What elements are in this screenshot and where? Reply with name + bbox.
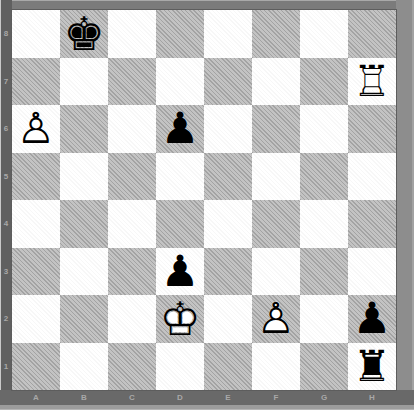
piece-white-pawn[interactable]: ♙ — [257, 297, 296, 340]
square-a5[interactable] — [12, 153, 60, 201]
square-f7[interactable] — [252, 58, 300, 106]
square-b6[interactable] — [60, 105, 108, 153]
square-g4[interactable] — [300, 200, 348, 248]
square-f1[interactable] — [252, 343, 300, 391]
square-g7[interactable] — [300, 58, 348, 106]
square-e8[interactable] — [204, 10, 252, 58]
square-f3[interactable] — [252, 248, 300, 296]
square-c5[interactable] — [108, 153, 156, 201]
square-a7[interactable] — [12, 58, 60, 106]
square-d4[interactable] — [156, 200, 204, 248]
frame-top-edge — [0, 0, 414, 10]
piece-black-king[interactable]: ♚ — [63, 11, 104, 57]
square-g3[interactable] — [300, 248, 348, 296]
square-d3[interactable]: ♟ — [156, 248, 204, 296]
square-a8[interactable] — [12, 10, 60, 58]
square-e2[interactable] — [204, 295, 252, 343]
piece-black-pawn[interactable]: ♟ — [161, 107, 200, 150]
file-label-c: C — [108, 391, 156, 404]
square-e1[interactable] — [204, 343, 252, 391]
chess-board-frame: 87654321 ♚♖♙♟♟♔♙♟♜ ABCDEFGH — [0, 0, 414, 410]
square-b3[interactable] — [60, 248, 108, 296]
square-g6[interactable] — [300, 105, 348, 153]
square-d1[interactable] — [156, 343, 204, 391]
square-f8[interactable] — [252, 10, 300, 58]
square-e5[interactable] — [204, 153, 252, 201]
square-a4[interactable] — [12, 200, 60, 248]
square-b1[interactable] — [60, 343, 108, 391]
file-label-a: A — [12, 391, 60, 404]
rank-label-1: 1 — [0, 343, 12, 391]
piece-white-pawn[interactable]: ♙ — [17, 107, 56, 150]
chess-board: ♚♖♙♟♟♔♙♟♜ — [12, 10, 396, 390]
file-label-h: H — [348, 391, 396, 404]
square-h8[interactable] — [348, 10, 396, 58]
frame-bottom-bevel — [0, 405, 414, 410]
square-a2[interactable] — [12, 295, 60, 343]
piece-black-pawn[interactable]: ♟ — [161, 250, 200, 293]
file-labels: ABCDEFGH — [12, 391, 396, 404]
square-c3[interactable] — [108, 248, 156, 296]
square-c4[interactable] — [108, 200, 156, 248]
square-h6[interactable] — [348, 105, 396, 153]
file-label-g: G — [300, 391, 348, 404]
square-c2[interactable] — [108, 295, 156, 343]
square-h2[interactable]: ♟ — [348, 295, 396, 343]
square-e4[interactable] — [204, 200, 252, 248]
square-b8[interactable]: ♚ — [60, 10, 108, 58]
square-f2[interactable]: ♙ — [252, 295, 300, 343]
square-e7[interactable] — [204, 58, 252, 106]
square-f5[interactable] — [252, 153, 300, 201]
square-e6[interactable] — [204, 105, 252, 153]
square-b4[interactable] — [60, 200, 108, 248]
file-label-d: D — [156, 391, 204, 404]
square-b2[interactable] — [60, 295, 108, 343]
rank-label-6: 6 — [0, 105, 12, 153]
piece-white-rook[interactable]: ♖ — [353, 60, 392, 103]
rank-label-2: 2 — [0, 295, 12, 343]
piece-black-pawn[interactable]: ♟ — [353, 297, 392, 340]
rank-label-7: 7 — [0, 58, 12, 106]
rank-labels: 87654321 — [0, 10, 12, 390]
file-label-b: B — [60, 391, 108, 404]
square-d8[interactable] — [156, 10, 204, 58]
square-h7[interactable]: ♖ — [348, 58, 396, 106]
square-a6[interactable]: ♙ — [12, 105, 60, 153]
rank-label-3: 3 — [0, 248, 12, 296]
square-h4[interactable] — [348, 200, 396, 248]
piece-black-rook[interactable]: ♜ — [353, 345, 392, 388]
square-g2[interactable] — [300, 295, 348, 343]
square-d7[interactable] — [156, 58, 204, 106]
rank-label-8: 8 — [0, 10, 12, 58]
square-d6[interactable]: ♟ — [156, 105, 204, 153]
square-c7[interactable] — [108, 58, 156, 106]
piece-white-king[interactable]: ♔ — [159, 296, 200, 342]
square-c6[interactable] — [108, 105, 156, 153]
file-label-f: F — [252, 391, 300, 404]
square-b5[interactable] — [60, 153, 108, 201]
square-h3[interactable] — [348, 248, 396, 296]
square-f4[interactable] — [252, 200, 300, 248]
square-g8[interactable] — [300, 10, 348, 58]
square-f6[interactable] — [252, 105, 300, 153]
square-a1[interactable] — [12, 343, 60, 391]
square-g5[interactable] — [300, 153, 348, 201]
square-d5[interactable] — [156, 153, 204, 201]
square-h5[interactable] — [348, 153, 396, 201]
rank-label-5: 5 — [0, 153, 12, 201]
square-e3[interactable] — [204, 248, 252, 296]
frame-right-edge — [396, 0, 414, 405]
square-c1[interactable] — [108, 343, 156, 391]
square-c8[interactable] — [108, 10, 156, 58]
square-b7[interactable] — [60, 58, 108, 106]
rank-label-4: 4 — [0, 200, 12, 248]
square-d2[interactable]: ♔ — [156, 295, 204, 343]
square-h1[interactable]: ♜ — [348, 343, 396, 391]
square-a3[interactable] — [12, 248, 60, 296]
file-label-e: E — [204, 391, 252, 404]
square-g1[interactable] — [300, 343, 348, 391]
